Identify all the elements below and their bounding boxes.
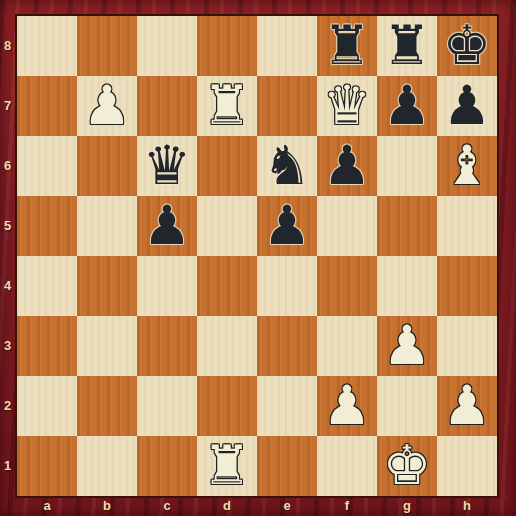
square-d8[interactable] bbox=[197, 16, 257, 76]
square-h3[interactable] bbox=[437, 316, 497, 376]
square-e2[interactable] bbox=[257, 376, 317, 436]
piece-white-pawn[interactable]: ♟ bbox=[383, 316, 431, 376]
square-e5[interactable]: ♟ bbox=[257, 196, 317, 256]
square-d3[interactable] bbox=[197, 316, 257, 376]
square-h8[interactable]: ♚ bbox=[437, 16, 497, 76]
piece-white-pawn[interactable]: ♟ bbox=[443, 376, 491, 436]
square-g8[interactable]: ♜ bbox=[377, 16, 437, 76]
square-f3[interactable] bbox=[317, 316, 377, 376]
square-h1[interactable] bbox=[437, 436, 497, 496]
piece-white-rook[interactable]: ♜ bbox=[203, 436, 251, 496]
square-d2[interactable] bbox=[197, 376, 257, 436]
square-f4[interactable] bbox=[317, 256, 377, 316]
square-c3[interactable] bbox=[137, 316, 197, 376]
piece-white-bishop[interactable]: ♝ bbox=[443, 136, 491, 196]
square-f8[interactable]: ♜ bbox=[317, 16, 377, 76]
rank-label-8: 8 bbox=[0, 16, 15, 76]
piece-black-rook[interactable]: ♜ bbox=[383, 16, 431, 76]
square-e8[interactable] bbox=[257, 16, 317, 76]
rank-label-3: 3 bbox=[0, 316, 15, 376]
square-e7[interactable] bbox=[257, 76, 317, 136]
square-g4[interactable] bbox=[377, 256, 437, 316]
file-label-g: g bbox=[377, 496, 437, 516]
square-b7[interactable]: ♟ bbox=[77, 76, 137, 136]
square-h5[interactable] bbox=[437, 196, 497, 256]
square-b5[interactable] bbox=[77, 196, 137, 256]
file-label-e: e bbox=[257, 496, 317, 516]
square-c5[interactable]: ♟ bbox=[137, 196, 197, 256]
rank-label-2: 2 bbox=[0, 376, 15, 436]
square-a4[interactable] bbox=[17, 256, 77, 316]
square-c2[interactable] bbox=[137, 376, 197, 436]
piece-white-pawn[interactable]: ♟ bbox=[83, 76, 131, 136]
file-label-h: h bbox=[437, 496, 497, 516]
square-e4[interactable] bbox=[257, 256, 317, 316]
file-label-d: d bbox=[197, 496, 257, 516]
piece-black-queen[interactable]: ♛ bbox=[143, 136, 191, 196]
square-b3[interactable] bbox=[77, 316, 137, 376]
square-g7[interactable]: ♟ bbox=[377, 76, 437, 136]
square-b4[interactable] bbox=[77, 256, 137, 316]
square-a8[interactable] bbox=[17, 16, 77, 76]
piece-white-rook[interactable]: ♜ bbox=[203, 76, 251, 136]
piece-black-knight[interactable]: ♞ bbox=[263, 136, 311, 196]
piece-black-rook[interactable]: ♜ bbox=[323, 16, 371, 76]
square-b1[interactable] bbox=[77, 436, 137, 496]
piece-black-king[interactable]: ♚ bbox=[443, 16, 491, 76]
piece-black-pawn[interactable]: ♟ bbox=[323, 136, 371, 196]
square-f2[interactable]: ♟ bbox=[317, 376, 377, 436]
square-d4[interactable] bbox=[197, 256, 257, 316]
rank-label-5: 5 bbox=[0, 196, 15, 256]
square-d5[interactable] bbox=[197, 196, 257, 256]
piece-black-pawn[interactable]: ♟ bbox=[443, 76, 491, 136]
file-label-f: f bbox=[317, 496, 377, 516]
square-g3[interactable]: ♟ bbox=[377, 316, 437, 376]
square-b6[interactable] bbox=[77, 136, 137, 196]
square-c7[interactable] bbox=[137, 76, 197, 136]
square-a3[interactable] bbox=[17, 316, 77, 376]
square-e6[interactable]: ♞ bbox=[257, 136, 317, 196]
square-g1[interactable]: ♚ bbox=[377, 436, 437, 496]
square-d1[interactable]: ♜ bbox=[197, 436, 257, 496]
square-a6[interactable] bbox=[17, 136, 77, 196]
square-e3[interactable] bbox=[257, 316, 317, 376]
square-c4[interactable] bbox=[137, 256, 197, 316]
square-f1[interactable] bbox=[317, 436, 377, 496]
file-label-c: c bbox=[137, 496, 197, 516]
piece-white-king[interactable]: ♚ bbox=[383, 436, 431, 496]
square-h6[interactable]: ♝ bbox=[437, 136, 497, 196]
square-h7[interactable]: ♟ bbox=[437, 76, 497, 136]
file-labels: abcdefgh bbox=[17, 496, 497, 516]
square-g2[interactable] bbox=[377, 376, 437, 436]
square-b8[interactable] bbox=[77, 16, 137, 76]
rank-label-1: 1 bbox=[0, 436, 15, 496]
rank-labels: 87654321 bbox=[0, 16, 15, 496]
piece-white-queen[interactable]: ♛ bbox=[323, 76, 371, 136]
square-f5[interactable] bbox=[317, 196, 377, 256]
piece-black-pawn[interactable]: ♟ bbox=[263, 196, 311, 256]
file-label-a: a bbox=[17, 496, 77, 516]
square-a2[interactable] bbox=[17, 376, 77, 436]
rank-label-6: 6 bbox=[0, 136, 15, 196]
square-d6[interactable] bbox=[197, 136, 257, 196]
square-c1[interactable] bbox=[137, 436, 197, 496]
square-e1[interactable] bbox=[257, 436, 317, 496]
chess-board-frame: ♜♜♚♟♜♛♟♟♛♞♟♝♟♟♟♟♟♜♚ 87654321 abcdefgh bbox=[0, 0, 516, 516]
piece-white-pawn[interactable]: ♟ bbox=[323, 376, 371, 436]
file-label-b: b bbox=[77, 496, 137, 516]
piece-black-pawn[interactable]: ♟ bbox=[143, 196, 191, 256]
square-a1[interactable] bbox=[17, 436, 77, 496]
square-f7[interactable]: ♛ bbox=[317, 76, 377, 136]
square-c8[interactable] bbox=[137, 16, 197, 76]
square-g6[interactable] bbox=[377, 136, 437, 196]
square-c6[interactable]: ♛ bbox=[137, 136, 197, 196]
rank-label-4: 4 bbox=[0, 256, 15, 316]
square-d7[interactable]: ♜ bbox=[197, 76, 257, 136]
square-h2[interactable]: ♟ bbox=[437, 376, 497, 436]
square-g5[interactable] bbox=[377, 196, 437, 256]
rank-label-7: 7 bbox=[0, 76, 15, 136]
chess-board: ♜♜♚♟♜♛♟♟♛♞♟♝♟♟♟♟♟♜♚ bbox=[17, 16, 497, 496]
square-b2[interactable] bbox=[77, 376, 137, 436]
square-f6[interactable]: ♟ bbox=[317, 136, 377, 196]
square-a7[interactable] bbox=[17, 76, 77, 136]
square-a5[interactable] bbox=[17, 196, 77, 256]
piece-black-pawn[interactable]: ♟ bbox=[383, 76, 431, 136]
square-h4[interactable] bbox=[437, 256, 497, 316]
